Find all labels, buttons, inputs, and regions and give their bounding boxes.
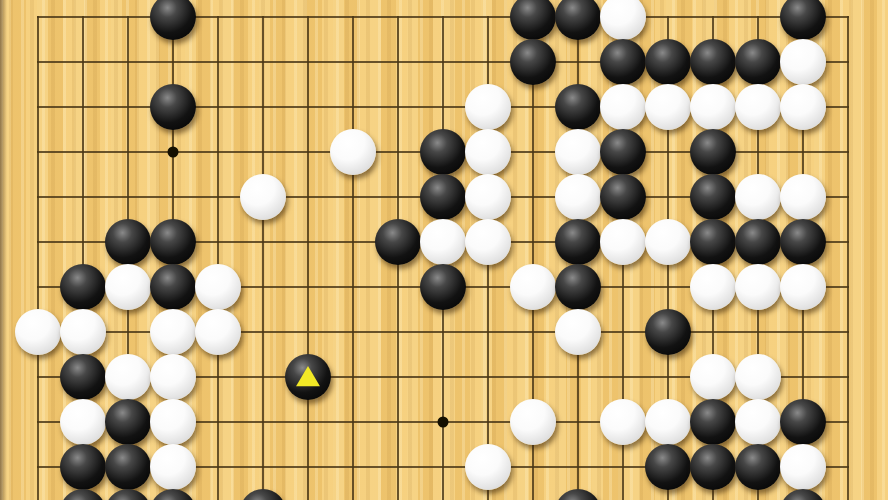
white-stone: [645, 219, 691, 265]
white-stone: [780, 264, 826, 310]
black-stone: [690, 129, 736, 175]
black-stone: [690, 399, 736, 445]
black-stone: [555, 0, 601, 40]
black-stone: [510, 0, 556, 40]
white-stone: [780, 444, 826, 490]
white-stone: [510, 399, 556, 445]
white-stone: [465, 84, 511, 130]
white-stone: [780, 174, 826, 220]
black-stone: [645, 309, 691, 355]
black-stone: [555, 219, 601, 265]
go-board-screenshot: [0, 0, 888, 500]
star-point: [168, 147, 179, 158]
black-stone: [105, 219, 151, 265]
white-stone: [735, 84, 781, 130]
white-stone: [150, 309, 196, 355]
white-stone: [60, 399, 106, 445]
black-stone: [645, 444, 691, 490]
black-stone: [150, 0, 196, 40]
white-stone: [555, 174, 601, 220]
white-stone: [105, 264, 151, 310]
black-stone: [780, 489, 826, 500]
white-stone: [465, 129, 511, 175]
black-stone: [375, 219, 421, 265]
grid-line-vertical: [262, 16, 264, 500]
white-stone: [645, 84, 691, 130]
black-stone: [690, 444, 736, 490]
white-stone: [150, 399, 196, 445]
grid-line-vertical: [217, 16, 219, 500]
white-stone: [690, 264, 736, 310]
grid-line-vertical: [307, 16, 309, 500]
white-stone: [780, 39, 826, 85]
white-stone: [600, 219, 646, 265]
white-stone: [555, 129, 601, 175]
white-stone: [240, 174, 286, 220]
black-stone: [60, 489, 106, 500]
black-stone: [600, 174, 646, 220]
grid-line-vertical: [37, 16, 39, 500]
white-stone: [600, 0, 646, 40]
black-stone: [420, 129, 466, 175]
black-stone: [555, 264, 601, 310]
black-stone: [600, 39, 646, 85]
white-stone: [150, 444, 196, 490]
white-stone: [465, 444, 511, 490]
black-stone: [690, 174, 736, 220]
black-stone: [60, 264, 106, 310]
black-stone: [780, 219, 826, 265]
white-stone: [645, 399, 691, 445]
grid-line-vertical: [847, 16, 849, 500]
white-stone: [735, 174, 781, 220]
white-stone: [780, 84, 826, 130]
black-stone: [510, 39, 556, 85]
white-stone: [735, 264, 781, 310]
white-stone: [600, 84, 646, 130]
black-stone: [150, 264, 196, 310]
black-stone: [105, 489, 151, 500]
black-stone: [690, 219, 736, 265]
white-stone: [15, 309, 61, 355]
black-stone: [645, 39, 691, 85]
black-stone: [735, 219, 781, 265]
white-stone: [330, 129, 376, 175]
white-stone: [690, 354, 736, 400]
black-stone: [735, 39, 781, 85]
white-stone: [465, 174, 511, 220]
black-stone: [150, 219, 196, 265]
black-stone: [105, 444, 151, 490]
black-stone: [735, 444, 781, 490]
black-stone: [240, 489, 286, 500]
black-stone: [105, 399, 151, 445]
black-stone: [420, 174, 466, 220]
white-stone: [735, 399, 781, 445]
black-stone: [555, 489, 601, 500]
grid-line-vertical: [352, 16, 354, 500]
white-stone: [195, 264, 241, 310]
white-stone: [465, 219, 511, 265]
triangle-marker-icon: [295, 365, 321, 387]
black-stone: [150, 84, 196, 130]
white-stone: [60, 309, 106, 355]
white-stone: [195, 309, 241, 355]
marked-black-stone: [285, 354, 331, 400]
black-stone: [60, 354, 106, 400]
black-stone: [600, 129, 646, 175]
black-stone: [420, 264, 466, 310]
white-stone: [555, 309, 601, 355]
white-stone: [105, 354, 151, 400]
black-stone: [780, 0, 826, 40]
white-stone: [150, 354, 196, 400]
black-stone: [150, 489, 196, 500]
white-stone: [600, 399, 646, 445]
white-stone: [735, 354, 781, 400]
black-stone: [60, 444, 106, 490]
white-stone: [690, 84, 736, 130]
board-edge-shading: [0, 0, 7, 500]
white-stone: [510, 264, 556, 310]
black-stone: [555, 84, 601, 130]
white-stone: [420, 219, 466, 265]
star-point: [438, 417, 449, 428]
black-stone: [780, 399, 826, 445]
go-board[interactable]: [0, 0, 888, 500]
black-stone: [690, 39, 736, 85]
